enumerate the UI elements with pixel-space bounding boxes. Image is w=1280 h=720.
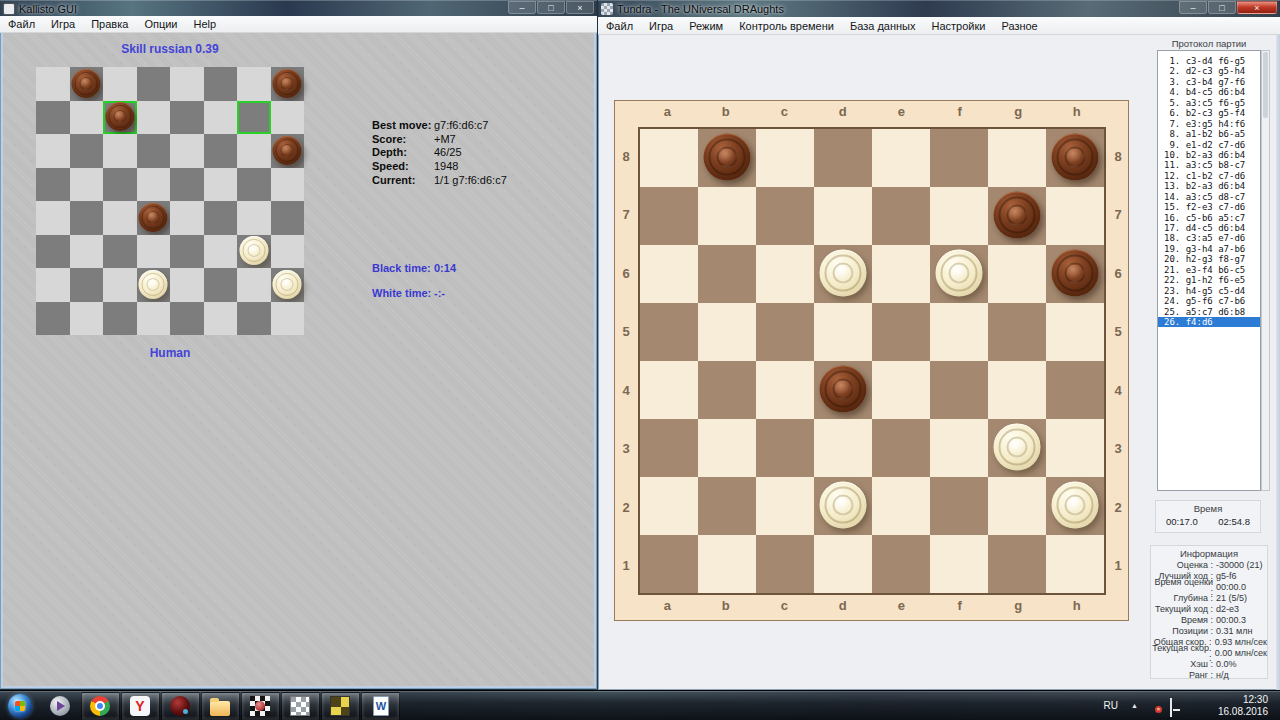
rank-label-7: 7 (1109, 186, 1127, 245)
kallisto-menu-правка[interactable]: Правка (83, 16, 136, 32)
square-a3[interactable] (36, 235, 70, 269)
kallisto-menu-help[interactable]: Help (185, 16, 224, 32)
square-h4[interactable] (271, 201, 305, 235)
engine-info-value: g7:f6:d6:c7 (434, 119, 488, 133)
clock-label: Black time: (372, 262, 432, 287)
move-row-3[interactable]: 3. c3-b4 g7-f6 (1158, 77, 1260, 87)
file-labels-bottom: abcdefgh (638, 598, 1106, 618)
square-e6[interactable] (872, 245, 930, 303)
square-h5[interactable] (1046, 303, 1104, 361)
tundra-menu-настройки[interactable]: Настройки (923, 18, 993, 34)
dark-man-h8[interactable] (273, 69, 302, 98)
rank-label-4: 4 (617, 361, 635, 420)
square-h2[interactable] (271, 268, 305, 302)
square-h6[interactable] (271, 134, 305, 168)
square-c6[interactable] (103, 134, 137, 168)
search-info-label: Текущий ход : (1151, 604, 1213, 614)
square-c1[interactable] (756, 535, 814, 593)
file-label-f: f (931, 598, 990, 618)
square-e1[interactable] (170, 302, 204, 336)
square-a6[interactable] (640, 245, 698, 303)
white-man-f6[interactable] (936, 250, 983, 297)
engine-info-best-move-: Best move:g7:f6:d6:c7 (372, 119, 507, 133)
square-g2[interactable] (237, 268, 271, 302)
rank-labels-right: 87654321 (1109, 127, 1127, 595)
kallisto-window: Kallisto GUI – □ × ФайлИграПравкаОпцииHe… (0, 0, 597, 689)
square-a2[interactable] (36, 268, 70, 302)
close-icon[interactable]: × (1237, 1, 1277, 14)
move-row-14[interactable]: 14. a3:c5 d8-c7 (1158, 192, 1260, 202)
square-e3[interactable] (872, 419, 930, 477)
file-label-e: e (872, 598, 931, 618)
engine-name-label: Skill russian 0.39 (36, 42, 304, 56)
search-info-value: 0.0% (1216, 659, 1237, 669)
square-h3[interactable] (271, 235, 305, 269)
square-f7[interactable] (204, 101, 238, 135)
square-f3[interactable] (204, 235, 238, 269)
hidden-icons-arrow[interactable]: ▲ (1125, 702, 1144, 709)
square-f1[interactable] (930, 535, 988, 593)
move-row-2[interactable]: 2. d2-c3 g5-h4 (1158, 66, 1260, 76)
network-icon[interactable] (1170, 699, 1184, 713)
white-man-h2[interactable] (273, 270, 302, 299)
engine-info-speed-: Speed:1948 (372, 160, 507, 174)
taskbar-chrome-button[interactable] (81, 692, 120, 720)
search-info-value: н/д (1216, 670, 1229, 680)
square-d8[interactable] (137, 67, 171, 101)
kallisto-board (36, 67, 304, 335)
word-icon (373, 696, 389, 716)
square-g6[interactable] (237, 134, 271, 168)
move-row-6[interactable]: 6. b2-c3 g5-f4 (1158, 108, 1260, 118)
move-row-25[interactable]: 25. a5:c7 d6:b8 (1158, 307, 1260, 317)
square-g5[interactable] (988, 303, 1046, 361)
start-button[interactable] (1, 692, 40, 720)
tundra-title: Tundra - The UNiversal DRAughts (617, 3, 784, 15)
engine-info-score-: Score:+M7 (372, 133, 507, 147)
kallisto-menu-опции[interactable]: Опции (136, 16, 185, 32)
square-g7[interactable] (988, 187, 1046, 245)
square-d1[interactable] (814, 535, 872, 593)
square-f6[interactable] (930, 245, 988, 303)
white-man-d2[interactable] (820, 482, 867, 529)
square-c4[interactable] (103, 201, 137, 235)
time-panel: Время 00:17.0 02:54.8 (1155, 500, 1261, 533)
square-g3[interactable] (237, 235, 271, 269)
square-h7[interactable] (1046, 187, 1104, 245)
tundra-menu-игра[interactable]: Игра (641, 18, 681, 34)
engine-info-value: +M7 (434, 133, 456, 147)
square-c1[interactable] (103, 302, 137, 336)
move-row-11[interactable]: 11. a3:c5 b8-c7 (1158, 160, 1260, 170)
square-c2[interactable] (103, 268, 137, 302)
file-label-h: h (1048, 104, 1107, 124)
window-right-edge (1276, 35, 1280, 690)
square-c6[interactable] (756, 245, 814, 303)
engine-info-label: Speed: (372, 160, 432, 174)
taskbar-checkers-app-yellow-button[interactable] (321, 692, 360, 720)
clock-value: 0:14 (434, 262, 456, 287)
square-b3[interactable] (698, 419, 756, 477)
clock-panel: Black time:0:14White time:-:- (372, 262, 456, 312)
square-c3[interactable] (756, 419, 814, 477)
windows-logo-icon (8, 694, 32, 718)
square-a2[interactable] (640, 477, 698, 535)
taskbar-yandex-button[interactable] (121, 692, 160, 720)
square-d4[interactable] (814, 361, 872, 419)
square-d5[interactable] (137, 168, 171, 202)
taskbar-explorer-button[interactable] (201, 692, 240, 720)
tundra-menu-база-данных[interactable]: База данных (842, 18, 924, 34)
move-row-18[interactable]: 18. c3:a5 e7-d6 (1158, 233, 1260, 243)
dark-man-d4[interactable] (139, 203, 168, 232)
taskbar-draughts-disc-app-button[interactable] (161, 692, 200, 720)
square-c3[interactable] (103, 235, 137, 269)
info-panel: Информация Оценка :-30000 (21)Лучший ход… (1150, 545, 1268, 679)
kallisto-menu-файл[interactable]: Файл (0, 16, 43, 32)
square-d3[interactable] (814, 419, 872, 477)
file-label-d: d (814, 598, 873, 618)
rank-label-8: 8 (617, 127, 635, 186)
square-h7[interactable] (271, 101, 305, 135)
square-f7[interactable] (930, 187, 988, 245)
square-h6[interactable] (1046, 245, 1104, 303)
search-info-label: Позиции : (1151, 626, 1213, 636)
file-label-c: c (755, 598, 814, 618)
clock-white-time-: White time:-:- (372, 287, 456, 312)
minimize-icon[interactable]: – (1179, 1, 1207, 14)
square-h1[interactable] (271, 302, 305, 336)
search-info-время-оценки-: Время оценки :00:00.0 (1151, 581, 1267, 592)
rank-label-1: 1 (617, 537, 635, 596)
square-h8[interactable] (271, 67, 305, 101)
search-info-value: 0.93 млн/сек (1215, 637, 1267, 647)
white-man-g3[interactable] (994, 424, 1041, 471)
file-label-e: e (872, 104, 931, 124)
yandex-icon (130, 696, 150, 716)
square-g1[interactable] (988, 535, 1046, 593)
square-f2[interactable] (204, 268, 238, 302)
square-d2[interactable] (137, 268, 171, 302)
move-row-5[interactable]: 5. a3:c5 f6-g5 (1158, 98, 1260, 108)
taskbar-checkers-app-gray-button[interactable] (281, 692, 320, 720)
square-e3[interactable] (170, 235, 204, 269)
square-g7[interactable] (237, 101, 271, 135)
square-c5[interactable] (103, 168, 137, 202)
square-a7[interactable] (640, 187, 698, 245)
language-indicator[interactable]: RU (1097, 700, 1125, 711)
clock[interactable]: 12:30 16.08.2016 (1210, 694, 1274, 718)
square-d8[interactable] (814, 129, 872, 187)
kallisto-menu-игра[interactable]: Игра (43, 16, 83, 32)
square-f5[interactable] (930, 303, 988, 361)
search-info-позиции-: Позиции :0.31 млн (1151, 626, 1267, 637)
move-row-10[interactable]: 10. b2-a3 d6:b4 (1158, 150, 1260, 160)
square-b5[interactable] (70, 168, 104, 202)
square-b3[interactable] (70, 235, 104, 269)
square-b1[interactable] (698, 535, 756, 593)
square-d5[interactable] (814, 303, 872, 361)
kallisto-title: Kallisto GUI (19, 3, 77, 15)
search-info-value: -30000 (21) (1216, 560, 1263, 570)
engine-info-label: Score: (372, 133, 432, 147)
dark-man-b8[interactable] (72, 69, 101, 98)
square-e1[interactable] (872, 535, 930, 593)
white-man-g3[interactable] (239, 236, 268, 265)
engine-info-label: Current: (372, 174, 432, 188)
square-g5[interactable] (237, 168, 271, 202)
square-a8[interactable] (36, 67, 70, 101)
kallisto-app-icon (3, 3, 15, 15)
minimize-icon[interactable]: – (508, 1, 536, 14)
square-d2[interactable] (814, 477, 872, 535)
search-info-label: Глубина : (1151, 593, 1213, 603)
square-h3[interactable] (1046, 419, 1104, 477)
dark-man-g7[interactable] (994, 192, 1041, 239)
rank-label-3: 3 (617, 420, 635, 479)
clock-time: 12:30 (1218, 694, 1268, 706)
checkers-app-yellow-icon (330, 696, 350, 716)
tundra-menu-режим[interactable]: Режим (681, 18, 731, 34)
square-f2[interactable] (930, 477, 988, 535)
square-c8[interactable] (756, 129, 814, 187)
white-man-h2[interactable] (1052, 482, 1099, 529)
dark-man-c7[interactable] (105, 102, 134, 131)
square-a7[interactable] (36, 101, 70, 135)
square-c8[interactable] (103, 67, 137, 101)
file-label-a: a (638, 104, 697, 124)
search-info-хэш-: Хэш :0.0% (1151, 659, 1267, 670)
rank-label-1: 1 (1109, 537, 1127, 596)
search-info-value: 00:00.0 (1216, 582, 1246, 592)
square-e8[interactable] (872, 129, 930, 187)
move-row-19[interactable]: 19. g3-h4 a7-b6 (1158, 244, 1260, 254)
tundra-menu-контроль-времени[interactable]: Контроль времени (731, 18, 842, 34)
tundra-app-icon (601, 3, 613, 15)
move-row-8[interactable]: 8. a1-b2 b6-a5 (1158, 129, 1260, 139)
checkers-app-bw-icon (250, 696, 270, 716)
square-b7[interactable] (70, 101, 104, 135)
square-b1[interactable] (70, 302, 104, 336)
square-b2[interactable] (698, 477, 756, 535)
square-b7[interactable] (698, 187, 756, 245)
square-f8[interactable] (930, 129, 988, 187)
engine-info-depth-: Depth:46/25 (372, 146, 507, 160)
square-d6[interactable] (814, 245, 872, 303)
square-e4[interactable] (170, 201, 204, 235)
square-a1[interactable] (36, 302, 70, 336)
maximize-icon[interactable]: □ (1208, 1, 1236, 14)
square-d1[interactable] (137, 302, 171, 336)
square-d3[interactable] (137, 235, 171, 269)
square-g8[interactable] (988, 129, 1046, 187)
movelist-scrollbar[interactable] (1261, 50, 1270, 491)
square-f1[interactable] (204, 302, 238, 336)
time-panel-title: Время (1156, 503, 1260, 514)
square-e5[interactable] (872, 303, 930, 361)
square-a5[interactable] (36, 168, 70, 202)
search-info-label: Время : (1151, 615, 1213, 625)
clock-value: -:- (434, 287, 445, 312)
tundra-menu-разное[interactable]: Разное (993, 18, 1045, 34)
square-e6[interactable] (170, 134, 204, 168)
square-d7[interactable] (137, 101, 171, 135)
move-row-17[interactable]: 17. d4-c5 d6:b4 (1158, 223, 1260, 233)
square-g3[interactable] (988, 419, 1046, 477)
taskbar: RU ▲ × 12:30 16.08.2016 (0, 690, 1280, 720)
square-e7[interactable] (872, 187, 930, 245)
square-c7[interactable] (103, 101, 137, 135)
square-g1[interactable] (237, 302, 271, 336)
white-man-d2[interactable] (139, 270, 168, 299)
square-d7[interactable] (814, 187, 872, 245)
checkers-app-gray-icon (290, 696, 310, 716)
square-b6[interactable] (70, 134, 104, 168)
square-e5[interactable] (170, 168, 204, 202)
tundra-window: Tundra - The UNiversal DRAughts – □ × Фа… (598, 0, 1280, 690)
move-row-13[interactable]: 13. b2-a3 d6:b4 (1158, 181, 1260, 191)
square-h2[interactable] (1046, 477, 1104, 535)
move-row-12[interactable]: 12. c1-b2 c7-d6 (1158, 171, 1260, 181)
clock-black-time-: Black time:0:14 (372, 262, 456, 287)
engine-info-value: 1/1 g7:f6:d6:c7 (434, 174, 507, 188)
square-g6[interactable] (988, 245, 1046, 303)
square-e8[interactable] (170, 67, 204, 101)
square-b4[interactable] (698, 361, 756, 419)
square-d6[interactable] (137, 134, 171, 168)
square-f8[interactable] (204, 67, 238, 101)
white-man-d6[interactable] (820, 250, 867, 297)
square-f4[interactable] (930, 361, 988, 419)
dark-man-h6[interactable] (273, 136, 302, 165)
chrome-icon (90, 696, 110, 716)
square-a8[interactable] (640, 129, 698, 187)
square-d4[interactable] (137, 201, 171, 235)
square-a4[interactable] (36, 201, 70, 235)
square-g4[interactable] (237, 201, 271, 235)
tundra-board-frame: abcdefgh abcdefgh 87654321 87654321 (614, 100, 1129, 621)
black-clock: 02:54.8 (1218, 516, 1250, 527)
square-c5[interactable] (756, 303, 814, 361)
search-info-текущий-ход-: Текущий ход :d2-e3 (1151, 603, 1267, 614)
engine-info-current-: Current:1/1 g7:f6:d6:c7 (372, 174, 507, 188)
square-f5[interactable] (204, 168, 238, 202)
square-a4[interactable] (640, 361, 698, 419)
dark-man-d4[interactable] (820, 366, 867, 413)
square-f4[interactable] (204, 201, 238, 235)
search-info-value: 0.00 млн/сек (1215, 648, 1267, 658)
square-b8[interactable] (698, 129, 756, 187)
search-info-label: Оценка : (1151, 560, 1213, 570)
move-row-26[interactable]: 26. f4:d6 (1158, 317, 1260, 327)
square-f3[interactable] (930, 419, 988, 477)
engine-info-label: Best move: (372, 119, 432, 133)
square-c4[interactable] (756, 361, 814, 419)
search-info-value: 21 (5/5) (1216, 593, 1247, 603)
square-e2[interactable] (872, 477, 930, 535)
taskbar-checkers-app-bw-button[interactable] (241, 692, 280, 720)
square-b6[interactable] (698, 245, 756, 303)
tundra-menu-файл[interactable]: Файл (598, 18, 641, 34)
square-b2[interactable] (70, 268, 104, 302)
square-g4[interactable] (988, 361, 1046, 419)
move-row-15[interactable]: 15. f2-e3 c7-d6 (1158, 202, 1260, 212)
square-g2[interactable] (988, 477, 1046, 535)
move-row-4[interactable]: 4. b4-c5 d6:b4 (1158, 87, 1260, 97)
square-f6[interactable] (204, 134, 238, 168)
square-e7[interactable] (170, 101, 204, 135)
action-center-flag-icon[interactable]: × (1148, 699, 1162, 713)
move-row-21[interactable]: 21. e3-f4 b6-c5 (1158, 265, 1260, 275)
square-b5[interactable] (698, 303, 756, 361)
dark-man-b8[interactable] (704, 134, 751, 181)
tundra-titlebar[interactable]: Tundra - The UNiversal DRAughts – □ × (598, 0, 1280, 17)
close-icon[interactable]: × (566, 1, 594, 14)
square-a5[interactable] (640, 303, 698, 361)
maximize-icon[interactable]: □ (537, 1, 565, 14)
move-row-9[interactable]: 9. e1-d2 c7-d6 (1158, 140, 1260, 150)
square-h8[interactable] (1046, 129, 1104, 187)
file-label-g: g (989, 598, 1048, 618)
square-a1[interactable] (640, 535, 698, 593)
file-label-b: b (697, 598, 756, 618)
move-row-22[interactable]: 22. g1-h2 f6-e5 (1158, 275, 1260, 285)
square-g8[interactable] (237, 67, 271, 101)
square-b8[interactable] (70, 67, 104, 101)
move-list[interactable]: 1. c3-d4 f6-g5 2. d2-c3 g5-h4 3. c3-b4 g… (1157, 50, 1261, 491)
move-row-20[interactable]: 20. h2-g3 f8-g7 (1158, 254, 1260, 264)
move-row-1[interactable]: 1. c3-d4 f6-g5 (1158, 56, 1260, 66)
square-b4[interactable] (70, 201, 104, 235)
rank-label-5: 5 (1109, 303, 1127, 362)
search-info-оценка-: Оценка :-30000 (21) (1151, 559, 1267, 570)
taskbar-word-button[interactable] (361, 692, 400, 720)
dark-man-h8[interactable] (1052, 134, 1099, 181)
rank-label-6: 6 (1109, 244, 1127, 303)
search-info-label: Ранг : (1151, 670, 1213, 680)
file-label-c: c (755, 104, 814, 124)
file-label-g: g (989, 104, 1048, 124)
square-a3[interactable] (640, 419, 698, 477)
square-h4[interactable] (1046, 361, 1104, 419)
tundra-caption-buttons: – □ × (1178, 1, 1277, 14)
move-row-24[interactable]: 24. g5-f6 c7-b6 (1158, 296, 1260, 306)
search-info-value: 0.31 млн (1216, 626, 1252, 636)
taskbar-kmplayer-button[interactable] (41, 692, 80, 720)
dark-man-h6[interactable] (1052, 250, 1099, 297)
square-c2[interactable] (756, 477, 814, 535)
square-h5[interactable] (271, 168, 305, 202)
square-c7[interactable] (756, 187, 814, 245)
move-row-23[interactable]: 23. h4-g5 c5-d4 (1158, 286, 1260, 296)
rank-label-2: 2 (1109, 478, 1127, 537)
engine-info-label: Depth: (372, 146, 432, 160)
move-row-16[interactable]: 16. c5-b6 a5:c7 (1158, 213, 1260, 223)
square-e4[interactable] (872, 361, 930, 419)
kallisto-titlebar[interactable]: Kallisto GUI – □ × (0, 0, 597, 17)
square-a6[interactable] (36, 134, 70, 168)
search-info-value: g5-f6 (1216, 571, 1237, 581)
volume-icon[interactable] (1192, 699, 1206, 713)
square-h1[interactable] (1046, 535, 1104, 593)
human-player-label: Human (36, 346, 304, 360)
search-info-label: Хэш : (1151, 659, 1213, 669)
file-labels-top: abcdefgh (638, 104, 1106, 124)
explorer-icon (210, 701, 230, 716)
square-e2[interactable] (170, 268, 204, 302)
scrollbar-thumb[interactable] (1263, 52, 1268, 118)
move-row-7[interactable]: 7. e3:g5 h4:f6 (1158, 119, 1260, 129)
